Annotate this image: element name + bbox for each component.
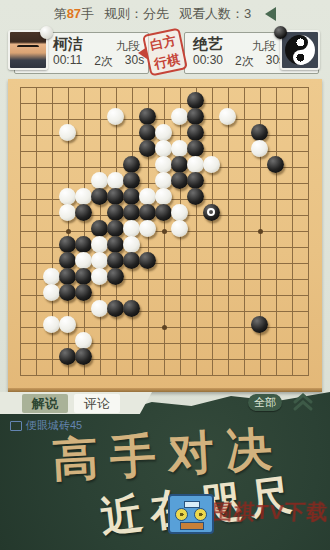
star-point bbox=[66, 229, 71, 234]
black-stone bbox=[251, 124, 268, 141]
white-stone bbox=[139, 220, 156, 237]
grid-line-v bbox=[244, 87, 245, 376]
black-stone bbox=[267, 156, 284, 173]
player-clock: 00:30 2次 30s bbox=[193, 53, 285, 70]
go-board[interactable] bbox=[8, 79, 322, 392]
comment-bubble-icon bbox=[10, 421, 22, 431]
black-stone bbox=[171, 172, 188, 189]
white-stone bbox=[91, 172, 108, 189]
move-counter: 第87手 bbox=[54, 5, 94, 23]
black-stone bbox=[75, 268, 92, 285]
black-stone bbox=[203, 204, 220, 221]
top-status-bar: 第87手 规则：分先 观看人数：3 bbox=[0, 0, 330, 28]
black-stone bbox=[187, 140, 204, 157]
player-name: 柯洁 bbox=[53, 35, 83, 54]
grid-line-v bbox=[308, 87, 309, 376]
white-stone bbox=[43, 284, 60, 301]
black-stone bbox=[139, 252, 156, 269]
black-stone bbox=[187, 188, 204, 205]
white-stone bbox=[155, 140, 172, 157]
cassette-icon bbox=[168, 494, 214, 534]
tab-comments[interactable]: 评论 bbox=[74, 394, 120, 413]
black-stone bbox=[107, 220, 124, 237]
rules-label: 规则：分先 bbox=[104, 5, 169, 23]
white-stone bbox=[123, 220, 140, 237]
black-stone bbox=[123, 156, 140, 173]
black-stone bbox=[171, 156, 188, 173]
turn-indicator-seal: 白方 行棋 bbox=[142, 28, 188, 77]
black-stone bbox=[155, 204, 172, 221]
black-stone bbox=[123, 204, 140, 221]
byoyomi-periods: 2次 bbox=[94, 53, 113, 70]
black-stone bbox=[107, 252, 124, 269]
white-stone bbox=[91, 300, 108, 317]
black-stone bbox=[75, 284, 92, 301]
grid-line-v bbox=[212, 87, 213, 376]
star-point bbox=[162, 325, 167, 330]
main-time: 00:30 bbox=[193, 53, 223, 70]
white-stone bbox=[75, 252, 92, 269]
white-stone bbox=[59, 204, 76, 221]
main-time: 00:11 bbox=[53, 53, 82, 70]
white-stone bbox=[203, 156, 220, 173]
black-stone bbox=[139, 140, 156, 157]
collapse-arrow-icon[interactable] bbox=[265, 7, 276, 21]
black-stone bbox=[75, 236, 92, 253]
black-stone bbox=[107, 204, 124, 221]
white-stone bbox=[171, 140, 188, 157]
white-stone bbox=[155, 124, 172, 141]
white-stone bbox=[171, 220, 188, 237]
black-stone bbox=[187, 124, 204, 141]
black-stone bbox=[59, 252, 76, 269]
white-stone bbox=[155, 188, 172, 205]
watermark-logo: 围棋TV下载 bbox=[211, 498, 330, 526]
black-stone bbox=[123, 188, 140, 205]
white-stone bbox=[91, 268, 108, 285]
player-name: 绝艺 bbox=[193, 35, 223, 54]
white-stone bbox=[123, 236, 140, 253]
grid-line-v bbox=[292, 87, 293, 376]
black-stone bbox=[251, 316, 268, 333]
white-stone bbox=[75, 188, 92, 205]
tab-commentary[interactable]: 解说 bbox=[22, 394, 68, 413]
black-stone bbox=[59, 348, 76, 365]
black-stone bbox=[123, 252, 140, 269]
black-stone bbox=[107, 268, 124, 285]
player-clock: 00:11 2次 30s bbox=[53, 53, 144, 70]
white-stone bbox=[91, 252, 108, 269]
white-stone bbox=[59, 188, 76, 205]
grid-line-v bbox=[228, 87, 229, 376]
grid-line-h bbox=[20, 343, 309, 344]
black-stone bbox=[139, 204, 156, 221]
black-stone bbox=[107, 236, 124, 253]
all-filter-button[interactable]: 全部 bbox=[248, 394, 282, 411]
white-stone bbox=[43, 268, 60, 285]
black-stone bbox=[187, 108, 204, 125]
black-stone bbox=[59, 268, 76, 285]
black-stone bbox=[139, 124, 156, 141]
white-stone bbox=[107, 108, 124, 125]
black-stone-badge bbox=[274, 26, 287, 39]
black-stone bbox=[187, 92, 204, 109]
white-stone bbox=[59, 316, 76, 333]
black-stone bbox=[107, 188, 124, 205]
yinyang-icon bbox=[285, 35, 315, 65]
white-stone bbox=[251, 140, 268, 157]
move-number: 87 bbox=[67, 6, 81, 21]
black-stone bbox=[123, 172, 140, 189]
last-move-marker bbox=[207, 208, 215, 216]
white-stone bbox=[91, 236, 108, 253]
go-app-screen: { "game": "go", "top_bar": { "move_prefi… bbox=[0, 0, 330, 550]
grid-line-h bbox=[20, 375, 309, 376]
white-stone bbox=[139, 188, 156, 205]
black-stone bbox=[91, 220, 108, 237]
black-stone bbox=[107, 300, 124, 317]
star-point bbox=[258, 229, 263, 234]
byoyomi-periods: 2次 bbox=[235, 53, 254, 70]
white-stone bbox=[59, 124, 76, 141]
white-stone bbox=[155, 156, 172, 173]
avatar-jueyi[interactable] bbox=[280, 30, 320, 70]
black-stone bbox=[91, 188, 108, 205]
black-stone bbox=[59, 284, 76, 301]
white-stone bbox=[171, 108, 188, 125]
collapse-chevrons-icon[interactable] bbox=[292, 392, 314, 412]
white-stone bbox=[43, 316, 60, 333]
viewers-label: 观看人数：3 bbox=[179, 5, 251, 23]
white-stone bbox=[187, 156, 204, 173]
black-stone bbox=[187, 172, 204, 189]
white-stone bbox=[155, 172, 172, 189]
black-stone bbox=[75, 348, 92, 365]
black-stone bbox=[59, 236, 76, 253]
grid-line-h bbox=[20, 311, 309, 312]
white-stone bbox=[107, 172, 124, 189]
star-point bbox=[162, 229, 167, 234]
white-stone-badge bbox=[40, 26, 53, 39]
black-stone bbox=[123, 300, 140, 317]
white-stone bbox=[171, 204, 188, 221]
black-stone bbox=[139, 108, 156, 125]
white-stone bbox=[75, 332, 92, 349]
white-stone bbox=[219, 108, 236, 125]
grid-line-v bbox=[276, 87, 277, 376]
black-stone bbox=[75, 204, 92, 221]
